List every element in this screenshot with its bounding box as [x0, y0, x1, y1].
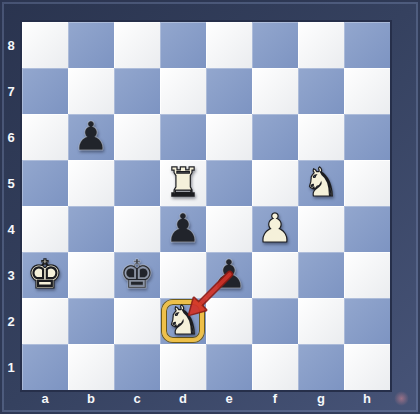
square-d3[interactable]: [160, 252, 206, 298]
black-pawn-b6[interactable]: ♟: [68, 114, 114, 160]
square-e6[interactable]: [206, 114, 252, 160]
square-f8[interactable]: [252, 22, 298, 68]
square-a2[interactable]: [22, 298, 68, 344]
corner-dot: [394, 391, 409, 406]
file-label-e: e: [206, 391, 252, 408]
square-h8[interactable]: [344, 22, 390, 68]
square-g3[interactable]: [298, 252, 344, 298]
rank-label-8: 8: [0, 22, 22, 68]
square-b4[interactable]: [68, 206, 114, 252]
black-king-c3[interactable]: ♚: [114, 252, 160, 298]
file-label-b: b: [68, 391, 114, 408]
square-f7[interactable]: [252, 68, 298, 114]
file-label-h: h: [344, 391, 390, 408]
square-g8[interactable]: [298, 22, 344, 68]
square-g6[interactable]: [298, 114, 344, 160]
square-a4[interactable]: [22, 206, 68, 252]
square-a1[interactable]: [22, 344, 68, 390]
square-a8[interactable]: [22, 22, 68, 68]
file-label-d: d: [160, 391, 206, 408]
rank-label-2: 2: [0, 298, 22, 344]
square-e7[interactable]: [206, 68, 252, 114]
square-h4[interactable]: [344, 206, 390, 252]
square-b5[interactable]: [68, 160, 114, 206]
file-label-g: g: [298, 391, 344, 408]
square-c2[interactable]: [114, 298, 160, 344]
black-pawn-d4[interactable]: ♟: [160, 206, 206, 252]
file-label-f: f: [252, 391, 298, 408]
square-e5[interactable]: [206, 160, 252, 206]
square-e4[interactable]: [206, 206, 252, 252]
rank-label-3: 3: [0, 252, 22, 298]
square-b8[interactable]: [68, 22, 114, 68]
square-d7[interactable]: [160, 68, 206, 114]
square-c8[interactable]: [114, 22, 160, 68]
file-labels: abcdefgh: [22, 391, 390, 408]
square-g7[interactable]: [298, 68, 344, 114]
square-c5[interactable]: [114, 160, 160, 206]
square-h6[interactable]: [344, 114, 390, 160]
square-e2[interactable]: [206, 298, 252, 344]
square-f1[interactable]: [252, 344, 298, 390]
square-a7[interactable]: [22, 68, 68, 114]
square-b7[interactable]: [68, 68, 114, 114]
file-label-a: a: [22, 391, 68, 408]
square-g4[interactable]: [298, 206, 344, 252]
square-h5[interactable]: [344, 160, 390, 206]
square-c6[interactable]: [114, 114, 160, 160]
file-label-c: c: [114, 391, 160, 408]
square-a5[interactable]: [22, 160, 68, 206]
white-knight-d2[interactable]: ♞: [160, 298, 206, 344]
square-h2[interactable]: [344, 298, 390, 344]
square-c4[interactable]: [114, 206, 160, 252]
square-a6[interactable]: [22, 114, 68, 160]
square-f6[interactable]: [252, 114, 298, 160]
rank-labels: 87654321: [0, 22, 22, 390]
square-b3[interactable]: [68, 252, 114, 298]
square-f3[interactable]: [252, 252, 298, 298]
rank-label-6: 6: [0, 114, 22, 160]
rank-label-4: 4: [0, 206, 22, 252]
square-h1[interactable]: [344, 344, 390, 390]
square-g1[interactable]: [298, 344, 344, 390]
square-d6[interactable]: [160, 114, 206, 160]
square-b2[interactable]: [68, 298, 114, 344]
square-c7[interactable]: [114, 68, 160, 114]
square-e1[interactable]: [206, 344, 252, 390]
square-f2[interactable]: [252, 298, 298, 344]
white-rook-d5[interactable]: ♜: [160, 160, 206, 206]
rank-label-5: 5: [0, 160, 22, 206]
square-e8[interactable]: [206, 22, 252, 68]
rank-label-1: 1: [0, 344, 22, 390]
white-king-a3[interactable]: ♚: [22, 252, 68, 298]
square-h7[interactable]: [344, 68, 390, 114]
white-pawn-f4[interactable]: ♟: [252, 206, 298, 252]
rank-label-7: 7: [0, 68, 22, 114]
square-f5[interactable]: [252, 160, 298, 206]
square-d8[interactable]: [160, 22, 206, 68]
square-d1[interactable]: [160, 344, 206, 390]
board: ♟♜♞♟♟♚♚♟♞: [22, 22, 390, 390]
square-b1[interactable]: [68, 344, 114, 390]
square-h3[interactable]: [344, 252, 390, 298]
black-pawn-e3[interactable]: ♟: [206, 252, 252, 298]
chess-board-frame: ♟♜♞♟♟♚♚♟♞ 87654321 abcdefgh: [0, 0, 420, 414]
square-g2[interactable]: [298, 298, 344, 344]
white-knight-g5[interactable]: ♞: [298, 160, 344, 206]
square-c1[interactable]: [114, 344, 160, 390]
